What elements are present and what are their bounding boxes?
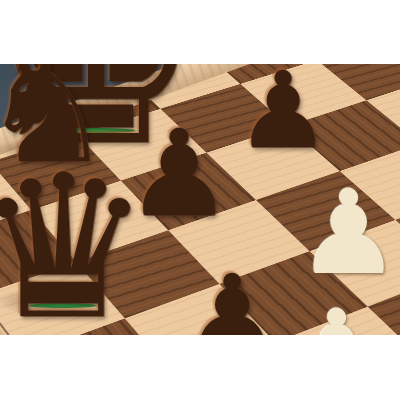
black-knight-b6-felt bbox=[22, 150, 72, 155]
black-queen-a4-felt bbox=[29, 303, 96, 308]
black-queen-a4-shadow bbox=[0, 285, 109, 317]
screenshot-canvas: ♞♚♟♟♛♟♟♟ bbox=[0, 0, 400, 400]
black-king-c6-felt bbox=[57, 128, 136, 133]
photo-band: ♞♚♟♟♛♟♟♟ bbox=[0, 64, 400, 335]
black-pawn-e6-felt bbox=[265, 139, 301, 144]
black-pawn-d5-felt bbox=[159, 206, 200, 211]
